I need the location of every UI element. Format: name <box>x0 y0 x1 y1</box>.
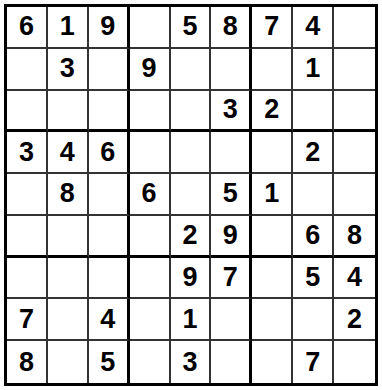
cell-r3c8[interactable] <box>293 91 334 133</box>
cell-r1c2[interactable]: 1 <box>48 7 89 49</box>
cell-r1c8[interactable]: 4 <box>293 7 334 49</box>
cell-r5c1[interactable] <box>7 174 48 216</box>
cell-r6c5[interactable]: 2 <box>171 216 212 258</box>
cell-r1c3[interactable]: 9 <box>89 7 130 49</box>
cell-r1c6[interactable]: 8 <box>211 7 252 49</box>
sudoku-board: 619587439132346286512968975474128537 <box>4 4 378 386</box>
cell-r8c2[interactable] <box>48 299 89 341</box>
cell-r1c9[interactable] <box>334 7 375 49</box>
cell-r7c8[interactable]: 5 <box>293 258 334 300</box>
cell-r6c4[interactable] <box>130 216 171 258</box>
cell-r4c1[interactable]: 3 <box>7 132 48 174</box>
cell-r4c4[interactable] <box>130 132 171 174</box>
cell-r3c3[interactable] <box>89 91 130 133</box>
cell-r6c7[interactable] <box>252 216 293 258</box>
cell-r7c2[interactable] <box>48 258 89 300</box>
cell-r8c9[interactable]: 2 <box>334 299 375 341</box>
cell-r7c7[interactable] <box>252 258 293 300</box>
cell-r9c5[interactable]: 3 <box>171 341 212 383</box>
cell-r4c2[interactable]: 4 <box>48 132 89 174</box>
cell-r7c9[interactable]: 4 <box>334 258 375 300</box>
cell-r8c3[interactable]: 4 <box>89 299 130 341</box>
cell-r8c5[interactable]: 1 <box>171 299 212 341</box>
cell-r5c4[interactable]: 6 <box>130 174 171 216</box>
cell-r8c8[interactable] <box>293 299 334 341</box>
cell-r1c1[interactable]: 6 <box>7 7 48 49</box>
cell-r3c5[interactable] <box>171 91 212 133</box>
cell-r4c5[interactable] <box>171 132 212 174</box>
cell-r3c7[interactable]: 2 <box>252 91 293 133</box>
cell-r9c8[interactable]: 7 <box>293 341 334 383</box>
cell-r5c9[interactable] <box>334 174 375 216</box>
cell-r8c1[interactable]: 7 <box>7 299 48 341</box>
cell-r5c7[interactable]: 1 <box>252 174 293 216</box>
cell-r6c6[interactable]: 9 <box>211 216 252 258</box>
cell-r5c6[interactable]: 5 <box>211 174 252 216</box>
cell-r5c8[interactable] <box>293 174 334 216</box>
cell-r3c9[interactable] <box>334 91 375 133</box>
cell-r9c4[interactable] <box>130 341 171 383</box>
cell-r6c3[interactable] <box>89 216 130 258</box>
cell-r1c7[interactable]: 7 <box>252 7 293 49</box>
cell-r9c2[interactable] <box>48 341 89 383</box>
cell-r2c8[interactable]: 1 <box>293 49 334 91</box>
cell-r7c5[interactable]: 9 <box>171 258 212 300</box>
cell-r7c4[interactable] <box>130 258 171 300</box>
cell-r6c1[interactable] <box>7 216 48 258</box>
cell-r2c4[interactable]: 9 <box>130 49 171 91</box>
cell-r6c8[interactable]: 6 <box>293 216 334 258</box>
cell-r8c6[interactable] <box>211 299 252 341</box>
cell-r8c7[interactable] <box>252 299 293 341</box>
cell-r7c6[interactable]: 7 <box>211 258 252 300</box>
cell-r6c2[interactable] <box>48 216 89 258</box>
cell-r9c1[interactable]: 8 <box>7 341 48 383</box>
cell-r2c2[interactable]: 3 <box>48 49 89 91</box>
cell-r9c6[interactable] <box>211 341 252 383</box>
cell-r4c6[interactable] <box>211 132 252 174</box>
cell-r5c3[interactable] <box>89 174 130 216</box>
cell-r7c1[interactable] <box>7 258 48 300</box>
cell-r3c4[interactable] <box>130 91 171 133</box>
cell-r4c9[interactable] <box>334 132 375 174</box>
cell-r9c9[interactable] <box>334 341 375 383</box>
cell-r1c4[interactable] <box>130 7 171 49</box>
cell-r3c6[interactable]: 3 <box>211 91 252 133</box>
cell-r4c3[interactable]: 6 <box>89 132 130 174</box>
cell-r9c3[interactable]: 5 <box>89 341 130 383</box>
cell-r2c6[interactable] <box>211 49 252 91</box>
cell-r2c3[interactable] <box>89 49 130 91</box>
cell-r5c5[interactable] <box>171 174 212 216</box>
cell-r4c7[interactable] <box>252 132 293 174</box>
cell-r7c3[interactable] <box>89 258 130 300</box>
cell-r8c4[interactable] <box>130 299 171 341</box>
cell-r3c1[interactable] <box>7 91 48 133</box>
cell-r6c9[interactable]: 8 <box>334 216 375 258</box>
cell-r1c5[interactable]: 5 <box>171 7 212 49</box>
cell-r2c9[interactable] <box>334 49 375 91</box>
cell-r2c5[interactable] <box>171 49 212 91</box>
cell-r4c8[interactable]: 2 <box>293 132 334 174</box>
cell-r5c2[interactable]: 8 <box>48 174 89 216</box>
cell-r2c7[interactable] <box>252 49 293 91</box>
cell-r9c7[interactable] <box>252 341 293 383</box>
cell-r3c2[interactable] <box>48 91 89 133</box>
cell-r2c1[interactable] <box>7 49 48 91</box>
